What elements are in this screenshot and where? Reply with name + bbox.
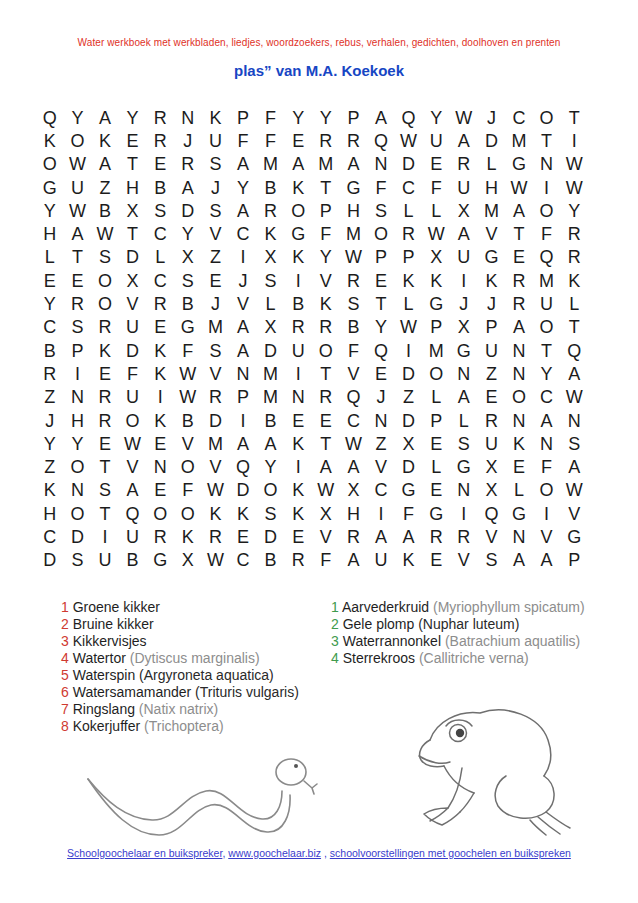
grid-cell: D (257, 339, 285, 362)
grid-cell: E (284, 409, 312, 432)
grid-cell: W (422, 222, 450, 245)
word-list-item: 3 Waterrannonkel (Batrachium aquatilis) (331, 633, 585, 650)
grid-cell: D (395, 362, 423, 385)
grid-cell: D (478, 129, 506, 152)
grid-cell: V (478, 525, 506, 548)
grid-cell: D (395, 153, 423, 176)
grid-cell: E (478, 386, 506, 409)
grid-cell: K (422, 269, 450, 292)
grid-cell: U (478, 339, 506, 362)
grid-cell: O (533, 316, 561, 339)
grid-cell: X (340, 479, 368, 502)
word-number: 5 (61, 667, 69, 684)
grid-cell: W (312, 479, 340, 502)
grid-cell: L (450, 409, 478, 432)
grid-cell: S (257, 269, 285, 292)
word-list-item: 5 Waterspin (Argyroneta aquatica) (61, 667, 299, 684)
grid-cell: D (64, 525, 92, 548)
grid-cell: H (36, 502, 64, 525)
grid-cell: E (36, 269, 64, 292)
grid-cell: O (64, 129, 92, 152)
grid-cell: K (284, 502, 312, 525)
grid-cell: E (422, 432, 450, 455)
grid-cell: G (422, 502, 450, 525)
frog-illustration (402, 696, 578, 836)
grid-cell: N (174, 106, 202, 129)
grid-cell: Y (119, 106, 147, 129)
grid-cell: O (533, 199, 561, 222)
grid-cell: G (284, 222, 312, 245)
grid-cell: Y (284, 106, 312, 129)
grid-cell: K (36, 479, 64, 502)
grid-cell: V (478, 222, 506, 245)
frog-eye-pupil (456, 729, 464, 737)
grid-cell: E (229, 525, 257, 548)
grid-cell: N (367, 409, 395, 432)
snake-head (276, 759, 306, 785)
grid-cell: R (202, 525, 230, 548)
grid-cell: D (257, 525, 285, 548)
grid-cell: Y (36, 432, 64, 455)
grid-cell: E (422, 549, 450, 572)
frog-chest (444, 766, 474, 793)
grid-cell: E (202, 269, 230, 292)
grid-cell: W (560, 386, 588, 409)
grid-cell: X (478, 479, 506, 502)
word-list-item: 3 Kikkervisjes (61, 633, 299, 650)
grid-cell: K (560, 269, 588, 292)
grid-cell: S (367, 199, 395, 222)
grid-cell: R (505, 292, 533, 315)
grid-cell: C (146, 222, 174, 245)
grid-cell: K (36, 129, 64, 152)
grid-cell: B (146, 176, 174, 199)
grid-cell: W (395, 316, 423, 339)
grid-cell: R (146, 129, 174, 152)
footer-link[interactable]: www.goochelaar.biz (228, 847, 321, 859)
grid-cell: O (257, 479, 285, 502)
grid-cell: E (146, 479, 174, 502)
word-list-plants: 1 Aarvederkruid (Myriophyllum spicatum)2… (331, 599, 585, 667)
grid-cell: V (340, 362, 368, 385)
grid-cell: R (505, 269, 533, 292)
grid-cell: A (229, 153, 257, 176)
grid-cell: F (229, 129, 257, 152)
grid-cell: C (340, 409, 368, 432)
word-list-item: 1 Groene kikker (61, 599, 299, 616)
frog-back-outline (430, 710, 551, 776)
grid-cell: I (450, 269, 478, 292)
grid-cell: U (119, 316, 147, 339)
snake-eye-icon (294, 764, 298, 768)
grid-cell: E (146, 316, 174, 339)
grid-cell: U (478, 432, 506, 455)
grid-cell: U (422, 129, 450, 152)
grid-cell: N (505, 409, 533, 432)
grid-cell: G (450, 455, 478, 478)
grid-cell: O (91, 269, 119, 292)
grid-cell: G (478, 246, 506, 269)
grid-cell: N (229, 362, 257, 385)
grid-cell: W (202, 479, 230, 502)
grid-cell: T (505, 222, 533, 245)
grid-cell: A (229, 316, 257, 339)
grid-cell: G (505, 502, 533, 525)
grid-cell: V (533, 525, 561, 548)
grid-cell: O (174, 455, 202, 478)
grid-cell: O (36, 153, 64, 176)
grid-cell: W (119, 432, 147, 455)
word-list-item: 2 Gele plomp (Nuphar luteum) (331, 616, 585, 633)
grid-cell: R (422, 525, 450, 548)
grid-cell: D (395, 455, 423, 478)
grid-cell: F (367, 176, 395, 199)
grid-cell: X (174, 246, 202, 269)
grid-cell: U (64, 176, 92, 199)
grid-cell: W (174, 362, 202, 385)
grid-cell: N (450, 362, 478, 385)
word-number: 2 (61, 616, 69, 633)
grid-cell: P (367, 246, 395, 269)
grid-cell: M (505, 129, 533, 152)
grid-cell: I (533, 502, 561, 525)
grid-cell: Y (36, 199, 64, 222)
grid-cell: Q (340, 386, 368, 409)
grid-cell: E (91, 432, 119, 455)
grid-cell: P (229, 386, 257, 409)
grid-cell: Q (533, 246, 561, 269)
word-list-item: 1 Aarvederkruid (Myriophyllum spicatum) (331, 599, 585, 616)
grid-cell: D (36, 549, 64, 572)
grid-cell: G (395, 479, 423, 502)
word-label: Groene kikker (69, 599, 160, 615)
grid-cell: S (450, 432, 478, 455)
grid-cell: J (202, 176, 230, 199)
grid-cell: D (174, 199, 202, 222)
footer-link[interactable]: schoolvoorstellingen met goochelen en bu… (330, 847, 571, 859)
worksheet-page: Water werkboek met werkbladen, liedjes, … (0, 0, 638, 903)
word-search-grid: QYAYRNKPFYYPAQYWJCOTKOKERJUFFERRQWUADMTI… (36, 106, 588, 572)
grid-cell: S (146, 199, 174, 222)
grid-cell: R (64, 292, 92, 315)
word-number: 3 (331, 633, 339, 650)
grid-cell: A (533, 409, 561, 432)
grid-cell: R (450, 525, 478, 548)
word-list-item: 4 Sterrekroos (Callitriche verna) (331, 650, 585, 667)
grid-cell: R (174, 153, 202, 176)
grid-cell: K (284, 432, 312, 455)
grid-cell: M (202, 432, 230, 455)
grid-cell: R (340, 129, 368, 152)
grid-cell: V (119, 292, 147, 315)
grid-cell: F (395, 502, 423, 525)
grid-cell: X (119, 269, 147, 292)
grid-cell: W (340, 246, 368, 269)
grid-cell: A (367, 525, 395, 548)
grid-cell: U (284, 339, 312, 362)
grid-cell: N (64, 479, 92, 502)
grid-cell: E (119, 129, 147, 152)
grid-cell: A (229, 432, 257, 455)
grid-cell: O (505, 386, 533, 409)
grid-cell: C (367, 479, 395, 502)
grid-cell: K (284, 246, 312, 269)
grid-cell: V (367, 455, 395, 478)
grid-cell: W (560, 176, 588, 199)
grid-cell: I (560, 129, 588, 152)
grid-cell: T (312, 362, 340, 385)
grid-cell: B (36, 339, 64, 362)
grid-cell: N (533, 432, 561, 455)
word-label: Kikkervisjes (69, 633, 147, 649)
grid-cell: B (257, 176, 285, 199)
grid-cell: P (478, 316, 506, 339)
grid-cell: N (367, 153, 395, 176)
grid-cell: S (478, 549, 506, 572)
word-list-animals: 1 Groene kikker2 Bruine kikker3 Kikkervi… (61, 599, 299, 735)
grid-cell: A (340, 455, 368, 478)
grid-cell: P (422, 316, 450, 339)
grid-cell: N (533, 153, 561, 176)
grid-cell: N (64, 386, 92, 409)
grid-cell: E (312, 409, 340, 432)
grid-cell: I (146, 386, 174, 409)
grid-cell: J (478, 292, 506, 315)
grid-cell: P (422, 409, 450, 432)
grid-cell: Q (478, 502, 506, 525)
grid-cell: L (395, 199, 423, 222)
grid-cell: M (340, 222, 368, 245)
grid-cell: W (174, 386, 202, 409)
grid-cell: R (36, 362, 64, 385)
grid-cell: N (505, 362, 533, 385)
snake-body-top (88, 779, 282, 820)
grid-cell: U (367, 549, 395, 572)
grid-cell: B (119, 549, 147, 572)
grid-cell: A (64, 222, 92, 245)
grid-cell: B (91, 199, 119, 222)
grid-cell: T (64, 246, 92, 269)
grid-cell: C (395, 176, 423, 199)
word-number: 4 (331, 650, 339, 667)
grid-cell: R (146, 106, 174, 129)
grid-cell: N (505, 339, 533, 362)
grid-cell: L (422, 199, 450, 222)
word-label: Aarvederkruid (339, 599, 429, 615)
grid-cell: F (257, 129, 285, 152)
grid-cell: G (422, 292, 450, 315)
grid-cell: V (202, 362, 230, 385)
grid-cell: U (450, 176, 478, 199)
grid-cell: Z (36, 455, 64, 478)
grid-cell: C (146, 269, 174, 292)
grid-cell: T (560, 106, 588, 129)
grid-cell: R (91, 409, 119, 432)
grid-cell: H (64, 409, 92, 432)
grid-cell: O (367, 222, 395, 245)
grid-cell: J (229, 269, 257, 292)
grid-cell: S (340, 292, 368, 315)
word-number: 2 (331, 616, 339, 633)
grid-cell: O (284, 199, 312, 222)
grid-cell: E (367, 269, 395, 292)
grid-cell: A (450, 129, 478, 152)
grid-cell: S (202, 199, 230, 222)
grid-cell: A (91, 153, 119, 176)
word-label: Bruine kikker (69, 616, 154, 632)
grid-cell: X (450, 199, 478, 222)
frog-front-foot (424, 808, 460, 825)
grid-cell: R (146, 292, 174, 315)
grid-cell: Z (367, 432, 395, 455)
grid-cell: L (257, 292, 285, 315)
grid-cell: E (284, 129, 312, 152)
grid-cell: J (367, 386, 395, 409)
grid-cell: O (91, 292, 119, 315)
word-label: Ringslang (69, 701, 135, 717)
word-latin-name: (Argyroneta aquatica) (135, 667, 274, 683)
grid-cell: I (284, 455, 312, 478)
grid-cell: I (284, 362, 312, 385)
grid-cell: K (284, 479, 312, 502)
grid-cell: P (340, 106, 368, 129)
grid-cell: K (146, 339, 174, 362)
grid-cell: Z (478, 362, 506, 385)
grid-cell: D (119, 246, 147, 269)
word-list-item: 6 Watersamamander (Trituris vulgaris) (61, 684, 299, 701)
grid-cell: K (505, 432, 533, 455)
grid-cell: Z (202, 246, 230, 269)
grid-cell: C (229, 222, 257, 245)
word-number: 6 (61, 684, 69, 701)
grid-cell: S (64, 549, 92, 572)
grid-cell: W (64, 199, 92, 222)
grid-cell: A (229, 339, 257, 362)
grid-cell: F (533, 222, 561, 245)
grid-cell: B (174, 292, 202, 315)
grid-cell: R (340, 269, 368, 292)
grid-cell: Z (395, 386, 423, 409)
grid-cell: H (119, 176, 147, 199)
grid-cell: R (560, 222, 588, 245)
grid-cell: L (422, 455, 450, 478)
grid-cell: F (119, 362, 147, 385)
grid-cell: X (257, 316, 285, 339)
grid-cell: U (91, 549, 119, 572)
grid-cell: Z (36, 386, 64, 409)
grid-cell: O (533, 479, 561, 502)
grid-cell: X (395, 432, 423, 455)
grid-cell: Y (64, 432, 92, 455)
grid-cell: R (478, 409, 506, 432)
header-subtitle: Water werkboek met werkbladen, liedjes, … (0, 37, 638, 48)
word-label: Kokerjuffer (69, 718, 140, 734)
grid-cell: A (257, 432, 285, 455)
grid-cell: A (91, 106, 119, 129)
word-number: 1 (331, 599, 339, 616)
grid-cell: J (450, 292, 478, 315)
grid-cell: N (560, 409, 588, 432)
grid-cell: K (202, 106, 230, 129)
grid-cell: E (422, 153, 450, 176)
snake-illustration (76, 743, 320, 841)
grid-cell: B (257, 409, 285, 432)
word-latin-name: (Nuphar luteum) (414, 616, 519, 632)
grid-cell: H (36, 222, 64, 245)
grid-cell: O (64, 502, 92, 525)
grid-cell: A (229, 199, 257, 222)
grid-cell: L (395, 292, 423, 315)
word-number: 3 (61, 633, 69, 650)
grid-cell: U (202, 129, 230, 152)
grid-cell: R (257, 199, 285, 222)
word-latin-name: (Trituris vulgaris) (191, 684, 299, 700)
grid-cell: K (202, 502, 230, 525)
grid-cell: K (257, 222, 285, 245)
grid-cell: A (450, 222, 478, 245)
grid-cell: L (505, 479, 533, 502)
grid-cell: L (146, 246, 174, 269)
grid-cell: A (450, 386, 478, 409)
grid-cell: U (450, 246, 478, 269)
grid-cell: N (146, 455, 174, 478)
grid-cell: W (395, 129, 423, 152)
footer-link[interactable]: Schoolgoochelaar en buikspreker (67, 847, 222, 859)
grid-cell: V (450, 549, 478, 572)
word-latin-name: (Batrachium aquatilis) (441, 633, 580, 649)
word-latin-name: (Dytiscus marginalis) (126, 650, 260, 666)
grid-cell: K (284, 176, 312, 199)
grid-cell: H (478, 176, 506, 199)
grid-cell: G (36, 176, 64, 199)
word-latin-name: (Natix natrix) (135, 701, 218, 717)
grid-cell: V (202, 222, 230, 245)
grid-cell: K (478, 269, 506, 292)
word-list-item: 4 Watertor (Dytiscus marginalis) (61, 650, 299, 667)
grid-cell: S (257, 502, 285, 525)
word-latin-name: (Myriophyllum spicatum) (429, 599, 585, 615)
grid-cell: X (174, 549, 202, 572)
grid-cell: I (229, 409, 257, 432)
grid-cell: X (422, 246, 450, 269)
grid-cell: V (202, 455, 230, 478)
grid-cell: F (312, 549, 340, 572)
grid-cell: Q (229, 455, 257, 478)
grid-cell: J (36, 409, 64, 432)
grid-cell: I (395, 339, 423, 362)
grid-cell: W (505, 176, 533, 199)
grid-cell: P (229, 106, 257, 129)
grid-cell: B (340, 316, 368, 339)
grid-cell: F (174, 339, 202, 362)
grid-cell: M (312, 153, 340, 176)
snake-body-bottom (88, 779, 290, 835)
grid-cell: L (560, 292, 588, 315)
grid-cell: B (174, 409, 202, 432)
grid-cell: F (340, 339, 368, 362)
grid-cell: I (284, 269, 312, 292)
grid-cell: N (450, 479, 478, 502)
word-label: Watertor (69, 650, 126, 666)
grid-cell: K (174, 525, 202, 548)
grid-cell: A (174, 176, 202, 199)
grid-cell: A (505, 316, 533, 339)
word-list-item: 2 Bruine kikker (61, 616, 299, 633)
grid-cell: E (284, 525, 312, 548)
page-title: plas” van M.A. Koekoek (0, 62, 638, 79)
grid-cell: C (36, 525, 64, 548)
grid-cell: Q (367, 129, 395, 152)
